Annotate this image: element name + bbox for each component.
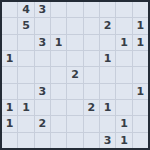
cell-r3c7[interactable]	[100, 35, 115, 50]
cell-r3c6[interactable]	[84, 35, 99, 50]
cell-r1c1[interactable]	[2, 2, 17, 17]
cell-r6c1[interactable]	[2, 84, 17, 99]
cell-r6c7[interactable]	[100, 84, 115, 99]
cell-r1c4[interactable]	[51, 2, 66, 17]
cell-r3c9[interactable]: 1	[133, 35, 148, 50]
cell-r9c5[interactable]	[67, 133, 82, 148]
cell-r4c8[interactable]	[116, 51, 131, 66]
cell-r3c4[interactable]: 1	[51, 35, 66, 50]
cell-r8c8[interactable]: 1	[116, 116, 131, 131]
cell-r7c4[interactable]	[51, 100, 66, 115]
cell-r5c3[interactable]	[35, 67, 50, 82]
cell-r4c1[interactable]: 1	[2, 51, 17, 66]
cell-r2c9[interactable]: 1	[133, 18, 148, 33]
cell-r6c6[interactable]	[84, 84, 99, 99]
cell-r7c1[interactable]: 1	[2, 100, 17, 115]
cell-r9c9[interactable]	[133, 133, 148, 148]
cell-r4c5[interactable]	[67, 51, 82, 66]
cell-r8c7[interactable]	[100, 116, 115, 131]
cell-r4c4[interactable]	[51, 51, 66, 66]
cell-r1c9[interactable]	[133, 2, 148, 17]
cell-r1c2[interactable]: 4	[18, 2, 33, 17]
cell-r8c4[interactable]	[51, 116, 66, 131]
cell-r9c2[interactable]	[18, 133, 33, 148]
cell-r5c8[interactable]	[116, 67, 131, 82]
cell-r5c1[interactable]	[2, 67, 17, 82]
cell-r6c5[interactable]	[67, 84, 82, 99]
cell-r5c5[interactable]: 2	[67, 67, 82, 82]
cell-r9c3[interactable]	[35, 133, 50, 148]
cell-r8c2[interactable]	[18, 116, 33, 131]
cell-r9c6[interactable]	[84, 133, 99, 148]
cell-r8c5[interactable]	[67, 116, 82, 131]
cell-r8c1[interactable]: 1	[2, 116, 17, 131]
cell-r6c3[interactable]: 3	[35, 84, 50, 99]
cell-r2c3[interactable]	[35, 18, 50, 33]
cell-r7c5[interactable]	[67, 100, 82, 115]
cell-r2c6[interactable]	[84, 18, 99, 33]
cell-r2c5[interactable]	[67, 18, 82, 33]
cell-r6c8[interactable]	[116, 84, 131, 99]
cell-r4c2[interactable]	[18, 51, 33, 66]
cell-r6c2[interactable]	[18, 84, 33, 99]
cell-r6c9[interactable]: 1	[133, 84, 148, 99]
cell-r1c8[interactable]	[116, 2, 131, 17]
cell-r8c3[interactable]: 2	[35, 116, 50, 131]
cell-r2c8[interactable]	[116, 18, 131, 33]
cell-r4c3[interactable]	[35, 51, 50, 66]
cell-r1c6[interactable]	[84, 2, 99, 17]
puzzle-board: 43521311111231112112131	[0, 0, 150, 150]
cell-r2c1[interactable]	[2, 18, 17, 33]
cell-r7c9[interactable]	[133, 100, 148, 115]
cell-r5c7[interactable]	[100, 67, 115, 82]
cell-r2c7[interactable]: 2	[100, 18, 115, 33]
cell-r8c6[interactable]	[84, 116, 99, 131]
cell-r4c7[interactable]: 1	[100, 51, 115, 66]
cell-r4c6[interactable]	[84, 51, 99, 66]
cell-r5c2[interactable]	[18, 67, 33, 82]
cell-r5c4[interactable]	[51, 67, 66, 82]
cell-r9c7[interactable]: 3	[100, 133, 115, 148]
cell-r3c8[interactable]: 1	[116, 35, 131, 50]
cell-r7c7[interactable]: 1	[100, 100, 115, 115]
cell-r1c7[interactable]	[100, 2, 115, 17]
cell-r9c4[interactable]	[51, 133, 66, 148]
cell-r9c1[interactable]	[2, 133, 17, 148]
cell-r7c3[interactable]	[35, 100, 50, 115]
cell-r5c6[interactable]	[84, 67, 99, 82]
cell-r7c6[interactable]: 2	[84, 100, 99, 115]
cell-r3c5[interactable]	[67, 35, 82, 50]
cell-r3c1[interactable]	[2, 35, 17, 50]
cell-r4c9[interactable]	[133, 51, 148, 66]
cell-r3c3[interactable]: 3	[35, 35, 50, 50]
cell-r6c4[interactable]	[51, 84, 66, 99]
cell-r3c2[interactable]	[18, 35, 33, 50]
cell-r5c9[interactable]	[133, 67, 148, 82]
cell-r2c2[interactable]: 5	[18, 18, 33, 33]
cell-r7c8[interactable]	[116, 100, 131, 115]
cell-r1c5[interactable]	[67, 2, 82, 17]
cell-r9c8[interactable]: 1	[116, 133, 131, 148]
cell-r1c3[interactable]: 3	[35, 2, 50, 17]
cell-r7c2[interactable]: 1	[18, 100, 33, 115]
cell-r8c9[interactable]	[133, 116, 148, 131]
cell-r2c4[interactable]	[51, 18, 66, 33]
